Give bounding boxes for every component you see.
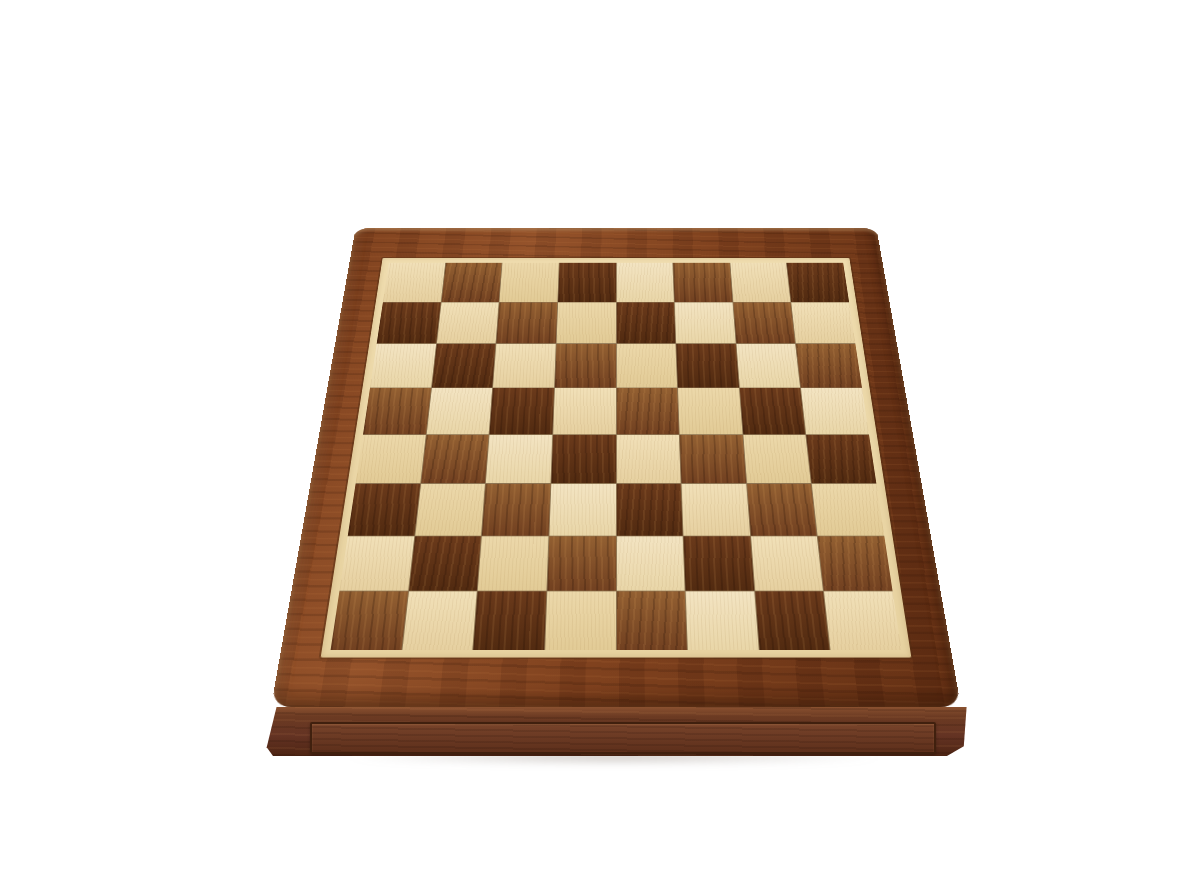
square-e7 (616, 302, 675, 343)
square-g5 (740, 388, 806, 434)
square-g4 (743, 435, 811, 484)
square-f6 (676, 344, 738, 387)
square-c7 (497, 302, 558, 343)
square-a3 (348, 484, 420, 536)
square-d7 (556, 302, 615, 343)
square-c3 (482, 484, 550, 536)
square-a4 (356, 435, 426, 484)
square-e2 (616, 536, 684, 591)
square-c8 (500, 263, 559, 302)
square-g2 (751, 536, 823, 591)
square-b8 (441, 263, 502, 302)
square-f2 (684, 536, 754, 591)
square-e5 (616, 388, 678, 434)
square-h5 (801, 388, 869, 434)
square-a6 (370, 344, 436, 387)
square-b7 (437, 302, 499, 343)
square-c1 (474, 592, 547, 650)
square-h3 (812, 484, 884, 536)
square-g1 (755, 592, 830, 650)
square-f4 (680, 435, 746, 484)
square-g6 (736, 344, 800, 387)
square-h2 (818, 536, 893, 591)
square-e6 (616, 344, 677, 387)
square-d6 (555, 344, 616, 387)
square-g7 (733, 302, 795, 343)
square-d2 (547, 536, 615, 591)
square-h8 (787, 263, 849, 302)
box-front-face (266, 707, 968, 756)
square-e1 (616, 592, 687, 650)
square-b6 (432, 344, 496, 387)
square-d8 (558, 263, 616, 302)
square-d5 (553, 388, 615, 434)
square-g8 (730, 263, 791, 302)
board-frame (271, 228, 961, 707)
square-a2 (339, 536, 414, 591)
square-d3 (549, 484, 615, 536)
square-e4 (616, 435, 680, 484)
square-b4 (421, 435, 489, 484)
square-d4 (551, 435, 615, 484)
square-a7 (377, 302, 441, 343)
square-f8 (673, 263, 732, 302)
square-d1 (545, 592, 616, 650)
square-f5 (678, 388, 742, 434)
chess-board (331, 263, 902, 650)
square-a1 (331, 592, 408, 650)
square-e3 (616, 484, 682, 536)
square-f3 (682, 484, 750, 536)
square-h7 (792, 302, 856, 343)
board-border-strip (321, 258, 912, 658)
square-b3 (415, 484, 485, 536)
square-b5 (426, 388, 492, 434)
square-b2 (409, 536, 481, 591)
square-e8 (616, 263, 674, 302)
square-c4 (486, 435, 552, 484)
square-h4 (807, 435, 877, 484)
square-f1 (686, 592, 759, 650)
square-c6 (493, 344, 555, 387)
square-b1 (402, 592, 477, 650)
square-f7 (675, 302, 736, 343)
drawer-front (310, 722, 936, 754)
square-g3 (747, 484, 817, 536)
square-h1 (824, 592, 901, 650)
product-photo-scene (0, 0, 1200, 874)
square-a5 (363, 388, 431, 434)
square-c5 (490, 388, 554, 434)
square-a8 (383, 263, 445, 302)
square-c2 (478, 536, 548, 591)
square-h6 (796, 344, 862, 387)
